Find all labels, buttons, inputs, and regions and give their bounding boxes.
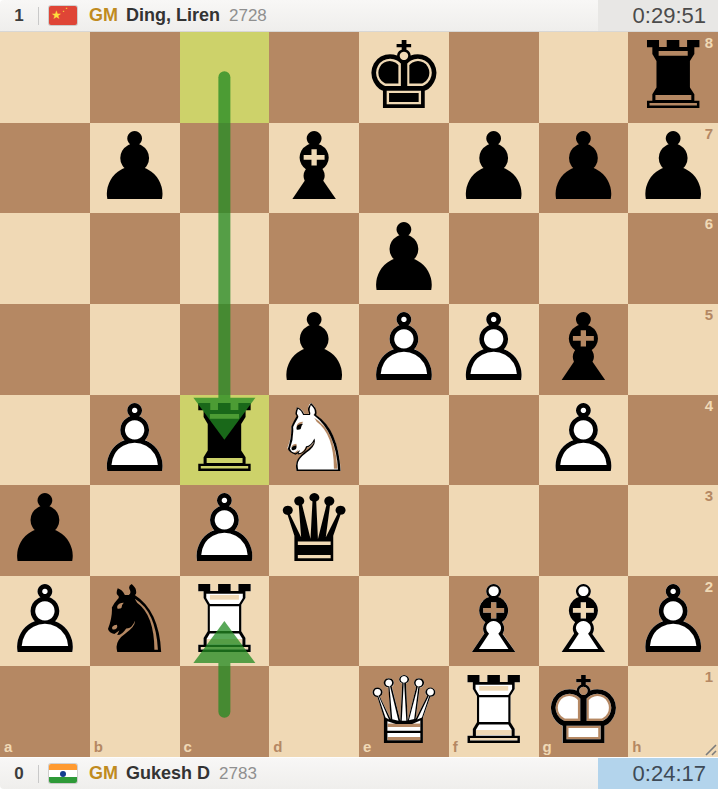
rank-label-3: 3 bbox=[705, 488, 713, 503]
square-g7[interactable]: ♟ bbox=[539, 123, 629, 214]
bar-divider bbox=[38, 7, 39, 25]
piece-outline: ♙ bbox=[542, 392, 625, 485]
square-c5[interactable] bbox=[180, 304, 270, 395]
piece-glyph: ♟ bbox=[93, 121, 176, 214]
piece-glyph: ♛ bbox=[272, 483, 355, 576]
piece-black-pawn[interactable]: ♟ bbox=[0, 485, 90, 576]
square-b6[interactable] bbox=[90, 213, 180, 304]
square-f7[interactable]: ♟ bbox=[449, 123, 539, 214]
square-e5[interactable]: ♟♙ bbox=[359, 304, 449, 395]
square-d6[interactable] bbox=[269, 213, 359, 304]
piece-fill: ♟ bbox=[362, 302, 445, 395]
score-top: 1 bbox=[0, 6, 38, 26]
piece-white-king[interactable]: ♚♔ bbox=[539, 666, 629, 757]
piece-black-pawn[interactable]: ♟ bbox=[269, 304, 359, 395]
square-b1[interactable]: b bbox=[90, 666, 180, 757]
piece-glyph: ♟ bbox=[542, 121, 625, 214]
piece-glyph: ♟ bbox=[631, 121, 714, 214]
piece-black-pawn[interactable]: ♟ bbox=[359, 213, 449, 304]
file-label-c: c bbox=[184, 739, 192, 754]
piece-outline: ♘ bbox=[272, 392, 355, 485]
square-f2[interactable]: ♝♗ bbox=[449, 576, 539, 667]
piece-glyph: ♟ bbox=[272, 302, 355, 395]
square-d8[interactable] bbox=[269, 32, 359, 123]
piece-fill: ♛ bbox=[362, 664, 445, 757]
piece-fill: ♟ bbox=[93, 392, 176, 485]
piece-outline: ♙ bbox=[183, 483, 266, 576]
piece-outline: ♗ bbox=[452, 574, 535, 667]
square-e1[interactable]: e♛♕ bbox=[359, 666, 449, 757]
piece-fill: ♟ bbox=[3, 574, 86, 667]
square-c3[interactable]: ♟♙ bbox=[180, 485, 270, 576]
square-a6[interactable] bbox=[0, 213, 90, 304]
piece-white-pawn[interactable]: ♟♙ bbox=[180, 485, 270, 576]
piece-white-queen[interactable]: ♛♕ bbox=[359, 666, 449, 757]
piece-white-bishop[interactable]: ♝♗ bbox=[449, 576, 539, 667]
square-g6[interactable] bbox=[539, 213, 629, 304]
square-b5[interactable] bbox=[90, 304, 180, 395]
square-b7[interactable]: ♟ bbox=[90, 123, 180, 214]
piece-white-rook[interactable]: ♜♖ bbox=[180, 576, 270, 667]
clock-top: 0:29:51 bbox=[598, 0, 718, 31]
square-g5[interactable]: ♝ bbox=[539, 304, 629, 395]
piece-black-king[interactable]: ♚ bbox=[359, 32, 449, 123]
player-name-top[interactable]: Ding, Liren bbox=[126, 5, 220, 26]
square-e4[interactable] bbox=[359, 395, 449, 486]
piece-white-pawn[interactable]: ♟♙ bbox=[539, 395, 629, 486]
square-h6[interactable]: 6 bbox=[628, 213, 718, 304]
rank-label-6: 6 bbox=[705, 216, 713, 231]
square-f3[interactable] bbox=[449, 485, 539, 576]
file-label-a: a bbox=[4, 739, 12, 754]
score-bottom: 0 bbox=[0, 764, 38, 784]
square-c1[interactable]: c bbox=[180, 666, 270, 757]
square-h4[interactable]: 4 bbox=[628, 395, 718, 486]
square-d1[interactable]: d bbox=[269, 666, 359, 757]
player-title-top: GM bbox=[89, 5, 118, 26]
piece-glyph: ♟ bbox=[452, 121, 535, 214]
square-c7[interactable] bbox=[180, 123, 270, 214]
square-b2[interactable]: ♞ bbox=[90, 576, 180, 667]
square-b8[interactable] bbox=[90, 32, 180, 123]
rank-label-5: 5 bbox=[705, 307, 713, 322]
bar-divider bbox=[38, 765, 39, 783]
square-b3[interactable] bbox=[90, 485, 180, 576]
piece-fill: ♟ bbox=[183, 483, 266, 576]
piece-fill: ♜ bbox=[452, 664, 535, 757]
square-g3[interactable] bbox=[539, 485, 629, 576]
square-h3[interactable]: 3 bbox=[628, 485, 718, 576]
piece-fill: ♟ bbox=[631, 574, 714, 667]
square-d7[interactable]: ♝ bbox=[269, 123, 359, 214]
piece-glyph: ♟ bbox=[3, 483, 86, 576]
piece-white-bishop[interactable]: ♝♗ bbox=[539, 576, 629, 667]
piece-outline: ♗ bbox=[542, 574, 625, 667]
square-g2[interactable]: ♝♗ bbox=[539, 576, 629, 667]
rank-label-4: 4 bbox=[705, 398, 713, 413]
square-a7[interactable] bbox=[0, 123, 90, 214]
square-c6[interactable] bbox=[180, 213, 270, 304]
square-g8[interactable] bbox=[539, 32, 629, 123]
piece-white-knight[interactable]: ♞♘ bbox=[269, 395, 359, 486]
piece-black-queen[interactable]: ♛ bbox=[269, 485, 359, 576]
chess-board[interactable]: ♚8♜♟♝♟♟7♟♟6♟♟♙♟♙♝5♟♙♜♞♘♟♙4♟♟♙♛3♟♙♞♜♖♝♗♝♗… bbox=[0, 32, 718, 757]
piece-glyph: ♜ bbox=[631, 30, 714, 123]
square-e8[interactable]: ♚ bbox=[359, 32, 449, 123]
piece-fill: ♟ bbox=[452, 302, 535, 395]
piece-fill: ♝ bbox=[542, 574, 625, 667]
piece-fill: ♞ bbox=[272, 392, 355, 485]
piece-glyph: ♜ bbox=[183, 392, 266, 485]
square-b4[interactable]: ♟♙ bbox=[90, 395, 180, 486]
square-a2[interactable]: ♟♙ bbox=[0, 576, 90, 667]
player-rating-bottom: 2783 bbox=[219, 764, 257, 784]
rank-label-1: 1 bbox=[705, 669, 713, 684]
china-flag-icon bbox=[49, 6, 77, 25]
piece-white-pawn[interactable]: ♟♙ bbox=[0, 576, 90, 667]
india-flag-icon bbox=[49, 764, 77, 783]
piece-outline: ♙ bbox=[93, 392, 176, 485]
board-resize-handle-icon[interactable] bbox=[702, 741, 717, 756]
player-bar-top: 1 GM Ding, Liren 2728 0:29:51 bbox=[0, 0, 718, 32]
player-name-bottom[interactable]: Gukesh D bbox=[126, 763, 210, 784]
piece-black-pawn[interactable]: ♟ bbox=[539, 123, 629, 214]
piece-white-pawn[interactable]: ♟♙ bbox=[359, 304, 449, 395]
piece-outline: ♙ bbox=[3, 574, 86, 667]
piece-outline: ♖ bbox=[452, 664, 535, 757]
square-d2[interactable] bbox=[269, 576, 359, 667]
piece-black-pawn[interactable]: ♟ bbox=[449, 123, 539, 214]
piece-black-pawn[interactable]: ♟ bbox=[628, 123, 718, 214]
file-label-h: h bbox=[632, 739, 641, 754]
player-bar-bottom: 0 GM Gukesh D 2783 0:24:17 bbox=[0, 757, 718, 789]
square-e3[interactable] bbox=[359, 485, 449, 576]
piece-black-pawn[interactable]: ♟ bbox=[90, 123, 180, 214]
square-g1[interactable]: g♚♔ bbox=[539, 666, 629, 757]
piece-fill: ♟ bbox=[542, 392, 625, 485]
square-f1[interactable]: f♜♖ bbox=[449, 666, 539, 757]
piece-outline: ♙ bbox=[631, 574, 714, 667]
piece-fill: ♝ bbox=[452, 574, 535, 667]
piece-black-rook[interactable]: ♜ bbox=[628, 32, 718, 123]
square-h2[interactable]: 2♟♙ bbox=[628, 576, 718, 667]
square-f4[interactable] bbox=[449, 395, 539, 486]
piece-outline: ♕ bbox=[362, 664, 445, 757]
piece-glyph: ♟ bbox=[362, 211, 445, 304]
piece-outline: ♖ bbox=[183, 574, 266, 667]
square-a3[interactable]: ♟ bbox=[0, 485, 90, 576]
piece-glyph: ♞ bbox=[93, 574, 176, 667]
square-a5[interactable] bbox=[0, 304, 90, 395]
file-label-d: d bbox=[273, 739, 282, 754]
piece-white-rook[interactable]: ♜♖ bbox=[449, 666, 539, 757]
square-e7[interactable] bbox=[359, 123, 449, 214]
square-e2[interactable] bbox=[359, 576, 449, 667]
square-c4[interactable]: ♜ bbox=[180, 395, 270, 486]
piece-outline: ♙ bbox=[452, 302, 535, 395]
square-c8[interactable] bbox=[180, 32, 270, 123]
piece-black-rook[interactable]: ♜ bbox=[180, 395, 270, 486]
square-h5[interactable]: 5 bbox=[628, 304, 718, 395]
piece-fill: ♜ bbox=[183, 574, 266, 667]
square-h8[interactable]: 8♜ bbox=[628, 32, 718, 123]
square-e6[interactable]: ♟ bbox=[359, 213, 449, 304]
file-label-b: b bbox=[94, 739, 103, 754]
piece-white-pawn[interactable]: ♟♙ bbox=[449, 304, 539, 395]
piece-outline: ♔ bbox=[542, 664, 625, 757]
piece-black-bishop[interactable]: ♝ bbox=[269, 123, 359, 214]
square-g4[interactable]: ♟♙ bbox=[539, 395, 629, 486]
square-a8[interactable] bbox=[0, 32, 90, 123]
piece-black-bishop[interactable]: ♝ bbox=[539, 304, 629, 395]
piece-white-pawn[interactable]: ♟♙ bbox=[628, 576, 718, 667]
piece-outline: ♙ bbox=[362, 302, 445, 395]
piece-fill: ♚ bbox=[542, 664, 625, 757]
piece-white-pawn[interactable]: ♟♙ bbox=[90, 395, 180, 486]
broadcast-board-widget: 1 GM Ding, Liren 2728 0:29:51 ♚8♜♟♝♟♟7♟♟… bbox=[0, 0, 718, 789]
piece-glyph: ♚ bbox=[362, 30, 445, 123]
square-a4[interactable] bbox=[0, 395, 90, 486]
piece-black-knight[interactable]: ♞ bbox=[90, 576, 180, 667]
piece-glyph: ♝ bbox=[542, 302, 625, 395]
square-a1[interactable]: a bbox=[0, 666, 90, 757]
square-f5[interactable]: ♟♙ bbox=[449, 304, 539, 395]
piece-glyph: ♝ bbox=[272, 121, 355, 214]
square-d4[interactable]: ♞♘ bbox=[269, 395, 359, 486]
square-h7[interactable]: 7♟ bbox=[628, 123, 718, 214]
clock-bottom: 0:24:17 bbox=[598, 758, 718, 789]
square-d5[interactable]: ♟ bbox=[269, 304, 359, 395]
square-f6[interactable] bbox=[449, 213, 539, 304]
square-f8[interactable] bbox=[449, 32, 539, 123]
square-c2[interactable]: ♜♖ bbox=[180, 576, 270, 667]
player-rating-top: 2728 bbox=[229, 6, 267, 26]
player-title-bottom: GM bbox=[89, 763, 118, 784]
square-d3[interactable]: ♛ bbox=[269, 485, 359, 576]
